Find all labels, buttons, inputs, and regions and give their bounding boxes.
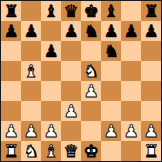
square-c4[interactable] xyxy=(41,81,61,101)
piece-black-pawn[interactable]: ♟ xyxy=(23,21,38,41)
square-c8[interactable]: ♝ xyxy=(41,1,61,21)
square-h1[interactable]: ♜ xyxy=(141,141,161,161)
square-d2[interactable] xyxy=(61,121,81,141)
square-f2[interactable]: ♟ xyxy=(101,121,121,141)
square-b4[interactable] xyxy=(21,81,41,101)
piece-black-rook[interactable]: ♜ xyxy=(143,1,158,21)
square-b2[interactable]: ♟ xyxy=(21,121,41,141)
piece-white-pawn[interactable]: ♟ xyxy=(143,121,158,141)
square-a7[interactable]: ♟ xyxy=(1,21,21,41)
piece-black-pawn[interactable]: ♟ xyxy=(103,21,118,41)
square-e1[interactable]: ♚ xyxy=(81,141,101,161)
piece-white-pawn[interactable]: ♟ xyxy=(103,121,118,141)
square-b1[interactable]: ♞ xyxy=(21,141,41,161)
piece-white-king[interactable]: ♚ xyxy=(83,141,98,161)
piece-black-king[interactable]: ♚ xyxy=(83,1,98,21)
square-g5[interactable] xyxy=(121,61,141,81)
square-b7[interactable]: ♟ xyxy=(21,21,41,41)
piece-white-pawn[interactable]: ♟ xyxy=(43,121,58,141)
square-d5[interactable] xyxy=(61,61,81,81)
square-f8[interactable]: ♝ xyxy=(101,1,121,21)
piece-black-rook[interactable]: ♜ xyxy=(3,1,18,21)
square-c6[interactable]: ♟ xyxy=(41,41,61,61)
piece-black-bishop[interactable]: ♝ xyxy=(103,1,118,21)
square-f5[interactable] xyxy=(101,61,121,81)
piece-white-pawn[interactable]: ♟ xyxy=(123,121,138,141)
square-e6[interactable] xyxy=(81,41,101,61)
square-a4[interactable] xyxy=(1,81,21,101)
square-a1[interactable]: ♜ xyxy=(1,141,21,161)
piece-black-knight[interactable]: ♞ xyxy=(83,21,98,41)
piece-white-pawn[interactable]: ♟ xyxy=(83,81,98,101)
square-d4[interactable] xyxy=(61,81,81,101)
square-g7[interactable]: ♟ xyxy=(121,21,141,41)
piece-white-knight[interactable]: ♞ xyxy=(83,61,98,81)
piece-white-bishop[interactable]: ♝ xyxy=(23,61,38,81)
square-h6[interactable] xyxy=(141,41,161,61)
square-f6[interactable]: ♞ xyxy=(101,41,121,61)
square-f4[interactable] xyxy=(101,81,121,101)
piece-white-queen[interactable]: ♛ xyxy=(63,141,78,161)
piece-black-pawn[interactable]: ♟ xyxy=(43,41,58,61)
piece-black-pawn[interactable]: ♟ xyxy=(123,21,138,41)
square-b3[interactable] xyxy=(21,101,41,121)
square-h7[interactable]: ♟ xyxy=(141,21,161,41)
piece-white-pawn[interactable]: ♟ xyxy=(3,121,18,141)
square-a2[interactable]: ♟ xyxy=(1,121,21,141)
piece-black-pawn[interactable]: ♟ xyxy=(63,21,78,41)
square-e2[interactable] xyxy=(81,121,101,141)
square-c5[interactable] xyxy=(41,61,61,81)
square-g6[interactable] xyxy=(121,41,141,61)
square-e5[interactable]: ♞ xyxy=(81,61,101,81)
square-c2[interactable]: ♟ xyxy=(41,121,61,141)
square-g2[interactable]: ♟ xyxy=(121,121,141,141)
square-e7[interactable]: ♞ xyxy=(81,21,101,41)
piece-white-pawn[interactable]: ♟ xyxy=(23,121,38,141)
square-a8[interactable]: ♜ xyxy=(1,1,21,21)
chess-board: ♜♝♛♚♝♜♟♟♟♞♟♟♟♟♞♝♞♟♟♟♟♟♟♟♟♜♞♝♛♚♜ xyxy=(0,0,162,162)
square-e8[interactable]: ♚ xyxy=(81,1,101,21)
square-g3[interactable] xyxy=(121,101,141,121)
piece-black-knight[interactable]: ♞ xyxy=(103,41,118,61)
square-h2[interactable]: ♟ xyxy=(141,121,161,141)
square-c3[interactable] xyxy=(41,101,61,121)
piece-white-rook[interactable]: ♜ xyxy=(143,141,158,161)
square-a5[interactable] xyxy=(1,61,21,81)
square-b8[interactable] xyxy=(21,1,41,21)
square-f3[interactable] xyxy=(101,101,121,121)
square-d8[interactable]: ♛ xyxy=(61,1,81,21)
square-c1[interactable]: ♝ xyxy=(41,141,61,161)
square-f1[interactable] xyxy=(101,141,121,161)
square-c7[interactable] xyxy=(41,21,61,41)
square-b5[interactable]: ♝ xyxy=(21,61,41,81)
square-h4[interactable] xyxy=(141,81,161,101)
square-b6[interactable] xyxy=(21,41,41,61)
piece-white-knight[interactable]: ♞ xyxy=(23,141,38,161)
square-g1[interactable] xyxy=(121,141,141,161)
square-h5[interactable] xyxy=(141,61,161,81)
square-h8[interactable]: ♜ xyxy=(141,1,161,21)
square-d1[interactable]: ♛ xyxy=(61,141,81,161)
piece-white-rook[interactable]: ♜ xyxy=(3,141,18,161)
piece-white-pawn[interactable]: ♟ xyxy=(63,101,78,121)
square-h3[interactable] xyxy=(141,101,161,121)
square-d6[interactable] xyxy=(61,41,81,61)
piece-black-pawn[interactable]: ♟ xyxy=(3,21,18,41)
square-d3[interactable]: ♟ xyxy=(61,101,81,121)
square-e3[interactable] xyxy=(81,101,101,121)
piece-black-bishop[interactable]: ♝ xyxy=(43,1,58,21)
square-e4[interactable]: ♟ xyxy=(81,81,101,101)
square-d7[interactable]: ♟ xyxy=(61,21,81,41)
square-a6[interactable] xyxy=(1,41,21,61)
square-g8[interactable] xyxy=(121,1,141,21)
piece-black-pawn[interactable]: ♟ xyxy=(143,21,158,41)
square-f7[interactable]: ♟ xyxy=(101,21,121,41)
square-g4[interactable] xyxy=(121,81,141,101)
piece-black-queen[interactable]: ♛ xyxy=(63,1,78,21)
piece-white-bishop[interactable]: ♝ xyxy=(43,141,58,161)
square-a3[interactable] xyxy=(1,101,21,121)
